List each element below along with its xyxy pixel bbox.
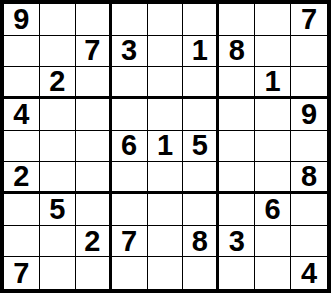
cell-r5c3[interactable] [76, 131, 112, 163]
cell-r2c1[interactable] [4, 36, 40, 68]
cell-r9c4[interactable] [112, 257, 148, 289]
cell-r7c3[interactable] [76, 194, 112, 226]
cell-r8c6[interactable]: 8 [183, 226, 219, 258]
cell-r2c5[interactable] [148, 36, 184, 68]
cell-r7c9[interactable] [291, 194, 327, 226]
cell-r2c2[interactable] [40, 36, 76, 68]
cell-r9c9[interactable]: 4 [291, 257, 327, 289]
cell-r7c7[interactable] [219, 194, 255, 226]
cell-r5c9[interactable] [291, 131, 327, 163]
cell-r3c1[interactable] [4, 67, 40, 99]
cell-r4c3[interactable] [76, 99, 112, 131]
cell-r1c9[interactable]: 7 [291, 4, 327, 36]
cell-r8c4[interactable]: 7 [112, 226, 148, 258]
cell-r9c2[interactable] [40, 257, 76, 289]
cell-r8c9[interactable] [291, 226, 327, 258]
cell-r8c3[interactable]: 2 [76, 226, 112, 258]
sudoku-board: 97731821496152856278374 [0, 0, 331, 293]
cell-r7c8[interactable]: 6 [255, 194, 291, 226]
cell-r1c3[interactable] [76, 4, 112, 36]
cell-r5c7[interactable] [219, 131, 255, 163]
cell-r3c9[interactable] [291, 67, 327, 99]
cell-r8c5[interactable] [148, 226, 184, 258]
cell-r7c4[interactable] [112, 194, 148, 226]
cell-r4c1[interactable]: 4 [4, 99, 40, 131]
cell-r6c1[interactable]: 2 [4, 162, 40, 194]
cell-r1c1[interactable]: 9 [4, 4, 40, 36]
cell-r3c6[interactable] [183, 67, 219, 99]
cell-r1c7[interactable] [219, 4, 255, 36]
cell-r1c6[interactable] [183, 4, 219, 36]
cell-r6c5[interactable] [148, 162, 184, 194]
cell-r6c4[interactable] [112, 162, 148, 194]
cell-r1c8[interactable] [255, 4, 291, 36]
cell-r2c4[interactable]: 3 [112, 36, 148, 68]
cell-r1c5[interactable] [148, 4, 184, 36]
cell-r7c5[interactable] [148, 194, 184, 226]
cell-r4c4[interactable] [112, 99, 148, 131]
cell-r6c7[interactable] [219, 162, 255, 194]
cell-r4c7[interactable] [219, 99, 255, 131]
cell-r9c1[interactable]: 7 [4, 257, 40, 289]
cell-r4c5[interactable] [148, 99, 184, 131]
cell-r4c9[interactable]: 9 [291, 99, 327, 131]
cell-r2c9[interactable] [291, 36, 327, 68]
cell-r8c8[interactable] [255, 226, 291, 258]
cell-r4c2[interactable] [40, 99, 76, 131]
cell-r9c8[interactable] [255, 257, 291, 289]
cell-r3c3[interactable] [76, 67, 112, 99]
cell-r6c3[interactable] [76, 162, 112, 194]
cell-r9c3[interactable] [76, 257, 112, 289]
cell-r5c8[interactable] [255, 131, 291, 163]
cell-r2c3[interactable]: 7 [76, 36, 112, 68]
cell-r9c6[interactable] [183, 257, 219, 289]
cell-r3c4[interactable] [112, 67, 148, 99]
cell-r6c8[interactable] [255, 162, 291, 194]
cell-r2c7[interactable]: 8 [219, 36, 255, 68]
cell-r5c5[interactable]: 1 [148, 131, 184, 163]
cell-r5c4[interactable]: 6 [112, 131, 148, 163]
cell-r1c2[interactable] [40, 4, 76, 36]
cell-r6c9[interactable]: 8 [291, 162, 327, 194]
cell-r8c2[interactable] [40, 226, 76, 258]
cell-r5c1[interactable] [4, 131, 40, 163]
cell-r9c5[interactable] [148, 257, 184, 289]
cell-r3c5[interactable] [148, 67, 184, 99]
cell-r3c7[interactable] [219, 67, 255, 99]
cell-r7c6[interactable] [183, 194, 219, 226]
cell-r5c2[interactable] [40, 131, 76, 163]
cell-r4c6[interactable] [183, 99, 219, 131]
cell-r5c6[interactable]: 5 [183, 131, 219, 163]
cell-r7c2[interactable]: 5 [40, 194, 76, 226]
cell-r6c2[interactable] [40, 162, 76, 194]
cell-r2c8[interactable] [255, 36, 291, 68]
cell-r3c8[interactable]: 1 [255, 67, 291, 99]
cell-r4c8[interactable] [255, 99, 291, 131]
cell-r9c7[interactable] [219, 257, 255, 289]
cell-r6c6[interactable] [183, 162, 219, 194]
cell-r8c7[interactable]: 3 [219, 226, 255, 258]
cell-r3c2[interactable]: 2 [40, 67, 76, 99]
cell-r1c4[interactable] [112, 4, 148, 36]
cell-r7c1[interactable] [4, 194, 40, 226]
cell-r8c1[interactable] [4, 226, 40, 258]
cell-r2c6[interactable]: 1 [183, 36, 219, 68]
